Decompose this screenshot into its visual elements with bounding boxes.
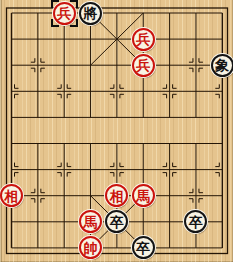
piece-red-soldier[interactable]: 兵 <box>53 2 76 25</box>
piece-black-general[interactable]: 將 <box>79 2 102 25</box>
piece-red-soldier[interactable]: 兵 <box>132 54 155 77</box>
xiangqi-board[interactable]: 兵將兵兵象相相馬馬卒卒帥卒 <box>0 0 233 262</box>
piece-red-soldier[interactable]: 兵 <box>132 28 155 51</box>
piece-black-soldier[interactable]: 卒 <box>132 236 155 259</box>
piece-black-elephant[interactable]: 象 <box>211 54 233 77</box>
piece-red-horse[interactable]: 馬 <box>132 184 155 207</box>
